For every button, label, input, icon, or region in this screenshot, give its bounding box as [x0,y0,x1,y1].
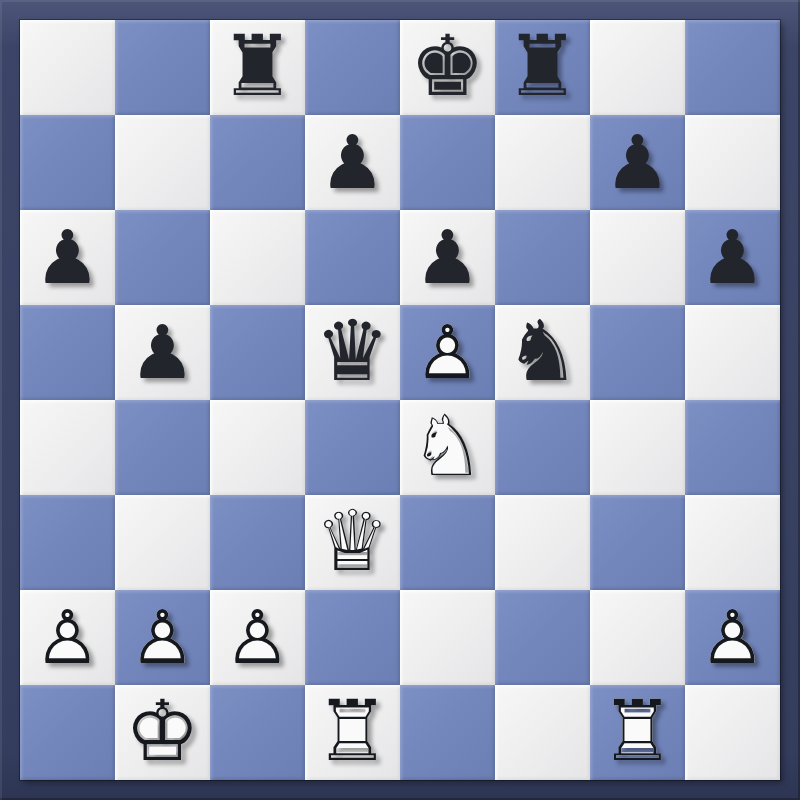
black-king-icon: ♚ [400,20,495,115]
white-rook-icon: ♜♖ [590,685,685,780]
square-g2[interactable] [590,590,685,685]
black-pawn-icon: ♟ [590,115,685,210]
black-pawn-icon: ♟ [305,115,400,210]
chess-board: ♜♚♜♟♟♟♟♟♟♛♟♙♞♞♘♛♕♟♙♟♙♟♙♟♙♚♔♜♖♜♖ [20,20,780,780]
square-b8[interactable] [115,20,210,115]
square-d1[interactable]: ♜♖ [305,685,400,780]
square-a6[interactable]: ♟ [20,210,115,305]
white-queen-icon: ♛♕ [305,495,400,590]
white-pawn-outline: ♙ [210,599,305,673]
white-pawn-icon: ♟♙ [210,590,305,685]
square-e6[interactable]: ♟ [400,210,495,305]
square-e7[interactable] [400,115,495,210]
square-c2[interactable]: ♟♙ [210,590,305,685]
white-knight-icon: ♞♘ [400,400,495,495]
square-h5[interactable] [685,305,780,400]
white-king-icon: ♚♔ [115,685,210,780]
white-pawn-outline: ♙ [685,599,780,673]
square-h8[interactable] [685,20,780,115]
square-f3[interactable] [495,495,590,590]
square-f4[interactable] [495,400,590,495]
square-b3[interactable] [115,495,210,590]
white-pawn-outline: ♙ [400,314,495,388]
square-c1[interactable] [210,685,305,780]
black-pawn-icon: ♟ [115,305,210,400]
chess-board-frame: ♜♚♜♟♟♟♟♟♟♛♟♙♞♞♘♛♕♟♙♟♙♟♙♟♙♚♔♜♖♜♖ [0,0,800,800]
square-f5[interactable]: ♞ [495,305,590,400]
black-pawn-glyph: ♟ [305,124,400,198]
black-pawn-icon: ♟ [400,210,495,305]
square-d7[interactable]: ♟ [305,115,400,210]
square-c7[interactable] [210,115,305,210]
square-d6[interactable] [305,210,400,305]
square-g8[interactable] [590,20,685,115]
square-g5[interactable] [590,305,685,400]
square-a7[interactable] [20,115,115,210]
square-b4[interactable] [115,400,210,495]
square-e4[interactable]: ♞♘ [400,400,495,495]
square-a3[interactable] [20,495,115,590]
square-c6[interactable] [210,210,305,305]
square-a2[interactable]: ♟♙ [20,590,115,685]
white-pawn-icon: ♟♙ [20,590,115,685]
square-d5[interactable]: ♛ [305,305,400,400]
black-rook-icon: ♜ [495,20,590,115]
white-pawn-outline: ♙ [115,599,210,673]
square-h2[interactable]: ♟♙ [685,590,780,685]
square-b5[interactable]: ♟ [115,305,210,400]
black-pawn-icon: ♟ [685,210,780,305]
white-rook-outline: ♖ [590,689,685,773]
white-pawn-icon: ♟♙ [115,590,210,685]
square-a8[interactable] [20,20,115,115]
square-f2[interactable] [495,590,590,685]
square-h6[interactable]: ♟ [685,210,780,305]
square-g4[interactable] [590,400,685,495]
white-pawn-icon: ♟♙ [685,590,780,685]
black-pawn-glyph: ♟ [685,219,780,293]
square-h4[interactable] [685,400,780,495]
square-f6[interactable] [495,210,590,305]
square-h7[interactable] [685,115,780,210]
black-pawn-glyph: ♟ [590,124,685,198]
square-h3[interactable] [685,495,780,590]
square-f1[interactable] [495,685,590,780]
black-pawn-glyph: ♟ [20,219,115,293]
square-c3[interactable] [210,495,305,590]
white-pawn-icon: ♟♙ [400,305,495,400]
square-g1[interactable]: ♜♖ [590,685,685,780]
square-d2[interactable] [305,590,400,685]
black-king-glyph: ♚ [400,24,495,108]
black-queen-icon: ♛ [305,305,400,400]
square-e2[interactable] [400,590,495,685]
black-pawn-icon: ♟ [20,210,115,305]
square-a1[interactable] [20,685,115,780]
square-a5[interactable] [20,305,115,400]
square-d3[interactable]: ♛♕ [305,495,400,590]
square-c5[interactable] [210,305,305,400]
square-d8[interactable] [305,20,400,115]
square-e5[interactable]: ♟♙ [400,305,495,400]
black-pawn-glyph: ♟ [400,219,495,293]
square-e1[interactable] [400,685,495,780]
square-b1[interactable]: ♚♔ [115,685,210,780]
white-king-outline: ♔ [115,689,210,773]
square-b7[interactable] [115,115,210,210]
black-queen-glyph: ♛ [305,309,400,393]
black-knight-glyph: ♞ [495,309,590,393]
white-pawn-outline: ♙ [20,599,115,673]
white-rook-outline: ♖ [305,689,400,773]
square-e8[interactable]: ♚ [400,20,495,115]
square-f8[interactable]: ♜ [495,20,590,115]
square-c8[interactable]: ♜ [210,20,305,115]
black-pawn-glyph: ♟ [115,314,210,388]
black-rook-icon: ♜ [210,20,305,115]
square-c4[interactable] [210,400,305,495]
square-g7[interactable]: ♟ [590,115,685,210]
square-b2[interactable]: ♟♙ [115,590,210,685]
square-g3[interactable] [590,495,685,590]
white-rook-icon: ♜♖ [305,685,400,780]
black-knight-icon: ♞ [495,305,590,400]
square-h1[interactable] [685,685,780,780]
square-e3[interactable] [400,495,495,590]
white-knight-outline: ♘ [400,404,495,488]
square-f7[interactable] [495,115,590,210]
black-rook-glyph: ♜ [210,24,305,108]
white-queen-outline: ♕ [305,499,400,583]
square-g6[interactable] [590,210,685,305]
square-a4[interactable] [20,400,115,495]
square-b6[interactable] [115,210,210,305]
black-rook-glyph: ♜ [495,24,590,108]
square-d4[interactable] [305,400,400,495]
